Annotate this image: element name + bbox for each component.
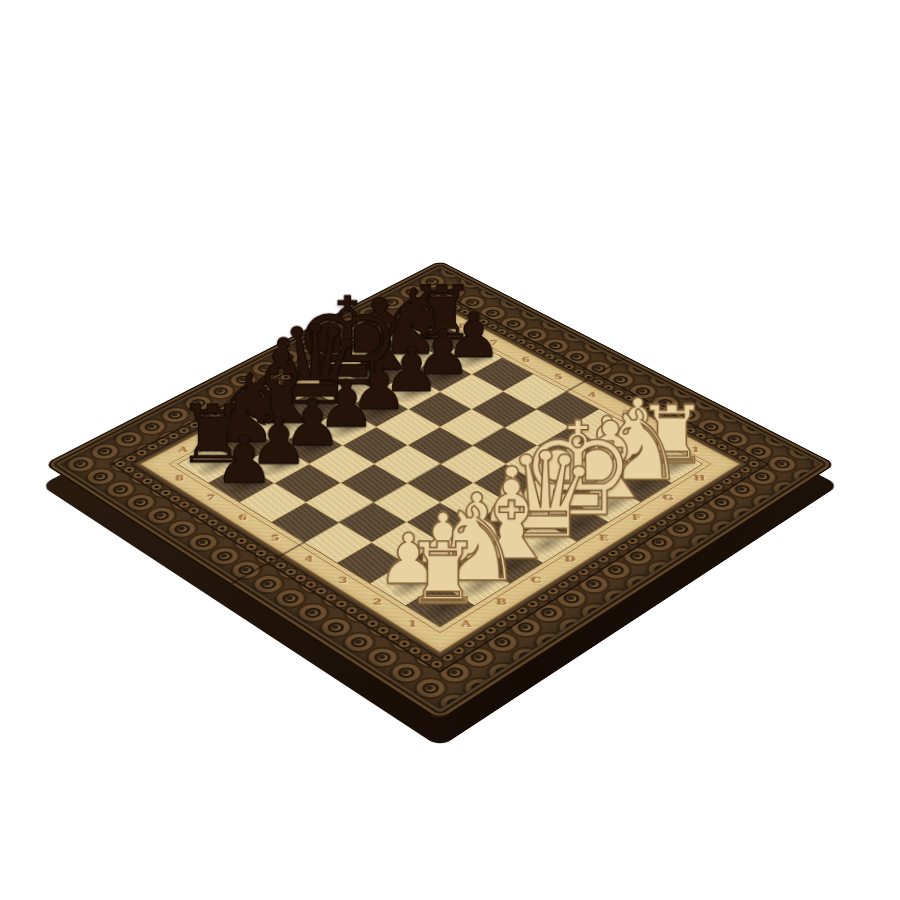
rank-label-1: 1 [404,618,424,630]
rank-label-far-7: 7 [486,338,503,347]
rank-label-far-5: 5 [550,373,568,382]
rank-label-far-6: 6 [518,355,535,364]
chess-board: AABBCCDDEEFFGGHH1122334455667788 ♜♞♝♛♚♝♞… [44,260,836,720]
product-photo-background: AABBCCDDEEFFGGHH1122334455667788 ♜♞♝♛♚♝♞… [0,0,900,900]
rank-label-far-8: 8 [454,322,471,331]
file-label-a: A [457,618,477,630]
square-g8: ♞ [379,341,440,374]
file-label-far-f: F [345,355,362,364]
file-label-far-e: E [312,373,330,382]
